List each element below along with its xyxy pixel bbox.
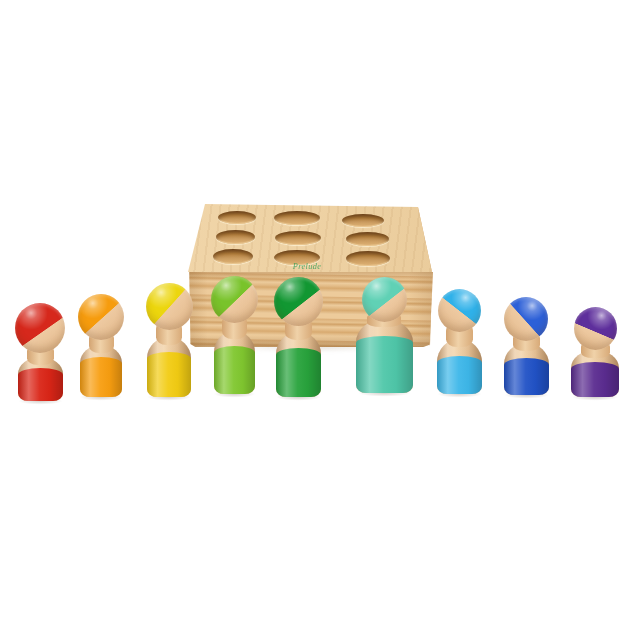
hole-r3c3[interactable] [346, 251, 390, 266]
peg-doll-sky-blue-body-color [437, 356, 482, 394]
hole-r1c3[interactable] [342, 214, 384, 227]
peg-doll-light-green-body-color [214, 346, 255, 394]
peg-doll-purple-body-color [571, 362, 619, 397]
hole-r1c1[interactable] [218, 211, 256, 224]
peg-doll-green-body-color [276, 348, 321, 397]
hole-r2c2[interactable] [275, 231, 321, 245]
peg-doll-green-head [274, 277, 323, 326]
peg-doll-teal-head [362, 277, 407, 322]
peg-doll-blue-head [504, 297, 548, 341]
peg-doll-light-green-head [211, 276, 258, 323]
hole-r2c3[interactable] [346, 232, 389, 246]
hole-r1c2[interactable] [274, 211, 320, 225]
peg-doll-yellow-head [146, 283, 193, 330]
hole-r2c1[interactable] [216, 230, 255, 244]
peg-doll-orange-body-color [80, 357, 122, 397]
peg-doll-yellow-body-color [147, 352, 191, 397]
peg-doll-sky-blue-head [438, 289, 481, 332]
peg-doll-teal-body-color [356, 336, 413, 393]
peg-doll-red-head [15, 303, 65, 353]
peg-doll-blue-body-color [504, 358, 549, 395]
brand-logo-text: Prelude [271, 261, 343, 272]
peg-doll-orange-head [78, 294, 124, 340]
product-photo-scene: Prelude [0, 0, 640, 640]
hole-r3c1[interactable] [213, 249, 253, 264]
peg-doll-purple-head [574, 307, 617, 350]
peg-doll-red-body-color [18, 368, 63, 401]
